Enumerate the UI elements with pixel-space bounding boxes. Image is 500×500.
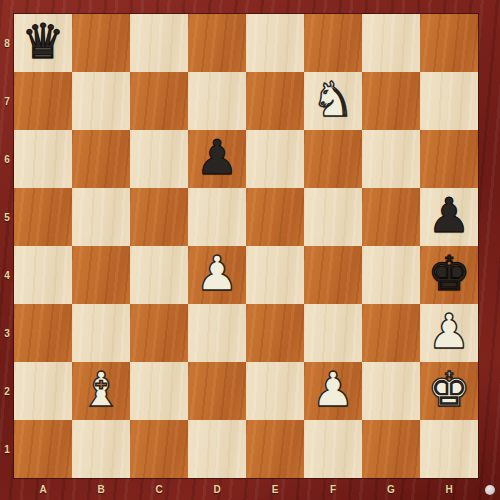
square-e3[interactable] — [246, 304, 304, 362]
square-c5[interactable] — [130, 188, 188, 246]
square-h6[interactable] — [420, 130, 478, 188]
square-c1[interactable] — [130, 420, 188, 478]
file-label-f: F — [304, 478, 362, 500]
square-h5[interactable]: ♟ — [420, 188, 478, 246]
square-b4[interactable] — [72, 246, 130, 304]
rank-label-4: 4 — [0, 246, 14, 304]
rank-label-3: 3 — [0, 304, 14, 362]
square-b3[interactable] — [72, 304, 130, 362]
square-h7[interactable] — [420, 72, 478, 130]
file-label-c: C — [130, 478, 188, 500]
square-e5[interactable] — [246, 188, 304, 246]
square-f5[interactable] — [304, 188, 362, 246]
square-d7[interactable] — [188, 72, 246, 130]
square-e7[interactable] — [246, 72, 304, 130]
square-h8[interactable] — [420, 14, 478, 72]
square-g6[interactable] — [362, 130, 420, 188]
square-d2[interactable] — [188, 362, 246, 420]
file-label-h: H — [420, 478, 478, 500]
square-g4[interactable] — [362, 246, 420, 304]
square-f8[interactable] — [304, 14, 362, 72]
square-d5[interactable] — [188, 188, 246, 246]
white-knight[interactable]: ♞ — [311, 70, 354, 128]
square-b6[interactable] — [72, 130, 130, 188]
square-d4[interactable]: ♟ — [188, 246, 246, 304]
square-d3[interactable] — [188, 304, 246, 362]
square-d8[interactable] — [188, 14, 246, 72]
square-f1[interactable] — [304, 420, 362, 478]
rank-label-2: 2 — [0, 362, 14, 420]
white-pawn[interactable]: ♟ — [311, 360, 354, 418]
square-b5[interactable] — [72, 188, 130, 246]
square-d1[interactable] — [188, 420, 246, 478]
file-label-a: A — [14, 478, 72, 500]
square-a8[interactable]: ♛ — [14, 14, 72, 72]
square-a4[interactable] — [14, 246, 72, 304]
square-h4[interactable]: ♚ — [420, 246, 478, 304]
square-a7[interactable] — [14, 72, 72, 130]
square-b1[interactable] — [72, 420, 130, 478]
square-g8[interactable] — [362, 14, 420, 72]
white-king[interactable]: ♚ — [427, 360, 470, 418]
square-a5[interactable] — [14, 188, 72, 246]
square-e6[interactable] — [246, 130, 304, 188]
file-label-e: E — [246, 478, 304, 500]
square-f6[interactable] — [304, 130, 362, 188]
white-bishop[interactable]: ♝ — [79, 360, 122, 418]
square-e2[interactable] — [246, 362, 304, 420]
square-h2[interactable]: ♚ — [420, 362, 478, 420]
rank-label-1: 1 — [0, 420, 14, 478]
chess-board-frame: ♛♞♟♟♟♚♟♝♟♚ 87654321 ABCDEFGH — [0, 0, 500, 500]
file-label-d: D — [188, 478, 246, 500]
square-c7[interactable] — [130, 72, 188, 130]
square-c6[interactable] — [130, 130, 188, 188]
chess-board: ♛♞♟♟♟♚♟♝♟♚ — [14, 14, 478, 478]
square-f7[interactable]: ♞ — [304, 72, 362, 130]
file-label-b: B — [72, 478, 130, 500]
black-queen[interactable]: ♛ — [21, 12, 64, 70]
square-b2[interactable]: ♝ — [72, 362, 130, 420]
square-b8[interactable] — [72, 14, 130, 72]
rank-label-6: 6 — [0, 130, 14, 188]
square-e8[interactable] — [246, 14, 304, 72]
square-f2[interactable]: ♟ — [304, 362, 362, 420]
square-c3[interactable] — [130, 304, 188, 362]
square-h3[interactable]: ♟ — [420, 304, 478, 362]
square-g7[interactable] — [362, 72, 420, 130]
square-f3[interactable] — [304, 304, 362, 362]
rank-label-7: 7 — [0, 72, 14, 130]
black-pawn[interactable]: ♟ — [427, 186, 470, 244]
square-a2[interactable] — [14, 362, 72, 420]
rank-label-5: 5 — [0, 188, 14, 246]
black-pawn[interactable]: ♟ — [195, 128, 238, 186]
square-c4[interactable] — [130, 246, 188, 304]
square-e1[interactable] — [246, 420, 304, 478]
square-c8[interactable] — [130, 14, 188, 72]
square-g2[interactable] — [362, 362, 420, 420]
black-king[interactable]: ♚ — [427, 244, 470, 302]
square-g5[interactable] — [362, 188, 420, 246]
square-h1[interactable] — [420, 420, 478, 478]
white-pawn[interactable]: ♟ — [195, 244, 238, 302]
file-label-g: G — [362, 478, 420, 500]
square-a3[interactable] — [14, 304, 72, 362]
square-e4[interactable] — [246, 246, 304, 304]
square-a6[interactable] — [14, 130, 72, 188]
square-d6[interactable]: ♟ — [188, 130, 246, 188]
white-pawn[interactable]: ♟ — [427, 302, 470, 360]
corner-dot — [485, 485, 495, 495]
square-b7[interactable] — [72, 72, 130, 130]
rank-label-8: 8 — [0, 14, 14, 72]
square-a1[interactable] — [14, 420, 72, 478]
square-c2[interactable] — [130, 362, 188, 420]
square-g1[interactable] — [362, 420, 420, 478]
square-g3[interactable] — [362, 304, 420, 362]
square-f4[interactable] — [304, 246, 362, 304]
